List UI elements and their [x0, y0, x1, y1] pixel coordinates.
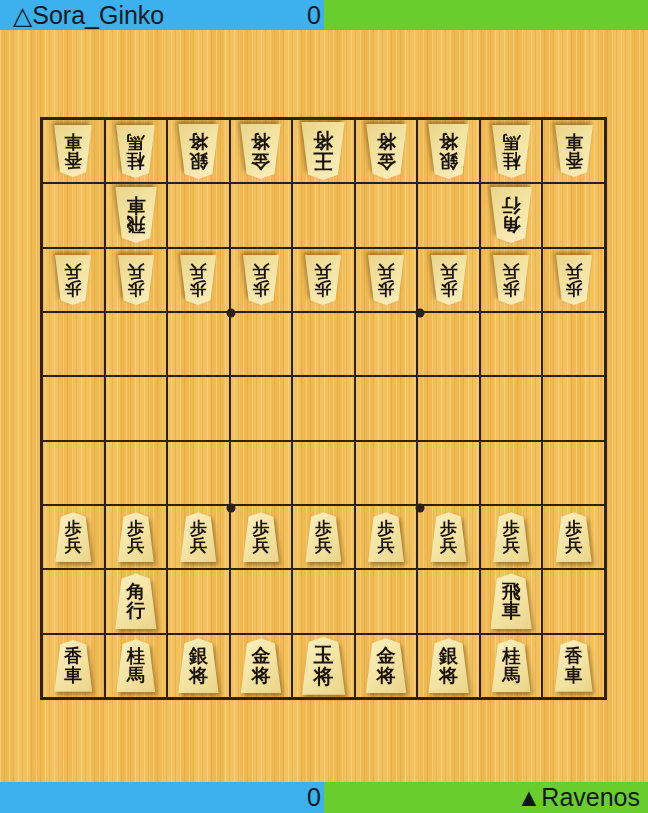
piece-lance-sente[interactable]: 香車 [52, 640, 94, 692]
board-cell-5c[interactable]: 歩兵 [292, 248, 355, 312]
piece-pawn-sente[interactable]: 歩兵 [303, 512, 343, 562]
board-cell-3h[interactable] [417, 569, 480, 633]
board-cell-1i[interactable]: 香車 [542, 634, 605, 698]
board-cell-7g[interactable]: 歩兵 [167, 505, 230, 569]
piece-king-sente[interactable]: 玉将 [299, 637, 347, 695]
board-cell-8b[interactable]: 飛車 [105, 183, 168, 247]
board-cell-1a[interactable]: 香車 [542, 119, 605, 183]
piece-pawn-gote[interactable]: 歩兵 [303, 255, 343, 305]
bottom-player-bar: 0 ▲Ravenos [0, 782, 648, 813]
board-cell-3c[interactable]: 歩兵 [417, 248, 480, 312]
board-cell-9b[interactable] [42, 183, 105, 247]
board-cell-1h[interactable] [542, 569, 605, 633]
board-cell-6c[interactable]: 歩兵 [230, 248, 293, 312]
board-cell-4e[interactable] [355, 376, 418, 440]
shogi-board[interactable]: 香車桂馬銀将金将王将金将銀将桂馬香車飛車角行歩兵歩兵歩兵歩兵歩兵歩兵歩兵歩兵歩兵… [40, 117, 607, 700]
sente-player-name: ▲Ravenos [517, 783, 648, 812]
piece-pawn-sente[interactable]: 歩兵 [429, 512, 469, 562]
piece-lance-gote[interactable]: 香車 [52, 125, 94, 177]
hoshi-star [416, 504, 425, 513]
board-cell-1f[interactable] [542, 441, 605, 505]
board-cell-7i[interactable]: 銀将 [167, 634, 230, 698]
board-cell-7d[interactable] [167, 312, 230, 376]
piece-pawn-gote[interactable]: 歩兵 [554, 255, 594, 305]
piece-silver-gote[interactable]: 銀将 [426, 124, 471, 179]
board-cell-7e[interactable] [167, 376, 230, 440]
piece-silver-gote[interactable]: 銀将 [176, 124, 221, 179]
board-cell-3a[interactable]: 銀将 [417, 119, 480, 183]
board-cell-1c[interactable]: 歩兵 [542, 248, 605, 312]
piece-rook-sente[interactable]: 飛車 [488, 573, 534, 629]
board-cell-9e[interactable] [42, 376, 105, 440]
piece-pawn-gote[interactable]: 歩兵 [116, 255, 156, 305]
hoshi-star [227, 504, 236, 513]
piece-pawn-sente[interactable]: 歩兵 [178, 512, 218, 562]
board-cell-3b[interactable] [417, 183, 480, 247]
board-cell-6g[interactable]: 歩兵 [230, 505, 293, 569]
board-cell-5f[interactable] [292, 441, 355, 505]
board-cell-4h[interactable] [355, 569, 418, 633]
board-cell-9d[interactable] [42, 312, 105, 376]
board-cell-2d[interactable] [480, 312, 543, 376]
board-cell-8e[interactable] [105, 376, 168, 440]
board-cell-4a[interactable]: 金将 [355, 119, 418, 183]
board-cell-5d[interactable] [292, 312, 355, 376]
board-cell-7c[interactable]: 歩兵 [167, 248, 230, 312]
piece-pawn-sente[interactable]: 歩兵 [491, 512, 531, 562]
piece-king-gote[interactable]: 王将 [299, 122, 347, 180]
piece-gold-gote[interactable]: 金将 [238, 124, 283, 179]
gote-player-area: △Sora_Ginko 0 [0, 0, 324, 30]
piece-rook-gote[interactable]: 飛車 [113, 187, 159, 243]
gote-count: 0 [307, 1, 324, 30]
board-cell-9g[interactable]: 歩兵 [42, 505, 105, 569]
piece-pawn-gote[interactable]: 歩兵 [429, 255, 469, 305]
board-cell-1e[interactable] [542, 376, 605, 440]
gote-player-name: △Sora_Ginko [0, 1, 164, 30]
board-cell-8a[interactable]: 桂馬 [105, 119, 168, 183]
board-cell-8i[interactable]: 桂馬 [105, 634, 168, 698]
board-cell-3e[interactable] [417, 376, 480, 440]
piece-knight-sente[interactable]: 桂馬 [490, 639, 533, 692]
piece-pawn-sente[interactable]: 歩兵 [241, 512, 281, 562]
top-bar-right-panel [324, 0, 648, 30]
piece-knight-gote[interactable]: 桂馬 [490, 125, 533, 178]
board-cell-5e[interactable] [292, 376, 355, 440]
board-cell-9i[interactable]: 香車 [42, 634, 105, 698]
board-cell-8g[interactable]: 歩兵 [105, 505, 168, 569]
piece-pawn-sente[interactable]: 歩兵 [53, 512, 93, 562]
board-cell-3f[interactable] [417, 441, 480, 505]
board-cell-4b[interactable] [355, 183, 418, 247]
board-cell-6a[interactable]: 金将 [230, 119, 293, 183]
piece-silver-sente[interactable]: 銀将 [426, 638, 471, 693]
board-cell-2a[interactable]: 桂馬 [480, 119, 543, 183]
board-cell-4i[interactable]: 金将 [355, 634, 418, 698]
board-cell-5g[interactable]: 歩兵 [292, 505, 355, 569]
piece-gold-gote[interactable]: 金将 [364, 124, 409, 179]
board-cell-6b[interactable] [230, 183, 293, 247]
board-cell-8h[interactable]: 角行 [105, 569, 168, 633]
board-cell-8c[interactable]: 歩兵 [105, 248, 168, 312]
board-cell-2c[interactable]: 歩兵 [480, 248, 543, 312]
board-cell-2f[interactable] [480, 441, 543, 505]
board-cell-5i[interactable]: 玉将 [292, 634, 355, 698]
board-cell-4f[interactable] [355, 441, 418, 505]
board-cell-6h[interactable] [230, 569, 293, 633]
board-cell-9a[interactable]: 香車 [42, 119, 105, 183]
board-cell-1b[interactable] [542, 183, 605, 247]
board-cell-9f[interactable] [42, 441, 105, 505]
board-cell-8f[interactable] [105, 441, 168, 505]
piece-lance-sente[interactable]: 香車 [553, 640, 595, 692]
piece-pawn-gote[interactable]: 歩兵 [53, 255, 93, 305]
hoshi-star [416, 309, 425, 318]
top-player-bar: △Sora_Ginko 0 [0, 0, 648, 30]
board-cell-7a[interactable]: 銀将 [167, 119, 230, 183]
board-cell-2i[interactable]: 桂馬 [480, 634, 543, 698]
piece-pawn-sente[interactable]: 歩兵 [116, 512, 156, 562]
piece-bishop-gote[interactable]: 角行 [488, 187, 534, 243]
piece-pawn-gote[interactable]: 歩兵 [241, 255, 281, 305]
piece-pawn-gote[interactable]: 歩兵 [178, 255, 218, 305]
piece-bishop-sente[interactable]: 角行 [113, 573, 159, 629]
board-cell-6f[interactable] [230, 441, 293, 505]
board-cell-5h[interactable] [292, 569, 355, 633]
board-cell-5a[interactable]: 王将 [292, 119, 355, 183]
board-cell-6d[interactable] [230, 312, 293, 376]
board-cell-2g[interactable]: 歩兵 [480, 505, 543, 569]
piece-gold-sente[interactable]: 金将 [238, 638, 283, 693]
board-cell-1g[interactable]: 歩兵 [542, 505, 605, 569]
board-cell-4d[interactable] [355, 312, 418, 376]
piece-pawn-gote[interactable]: 歩兵 [491, 255, 531, 305]
board-cell-9h[interactable] [42, 569, 105, 633]
board-cell-3d[interactable] [417, 312, 480, 376]
board-cell-2e[interactable] [480, 376, 543, 440]
piece-gold-sente[interactable]: 金将 [364, 638, 409, 693]
board-cell-2h[interactable]: 飛車 [480, 569, 543, 633]
shogi-app: △Sora_Ginko 0 香車桂馬銀将金将王将金将銀将桂馬香車飛車角行歩兵歩兵… [0, 0, 648, 813]
piece-pawn-sente[interactable]: 歩兵 [554, 512, 594, 562]
board-cell-1d[interactable] [542, 312, 605, 376]
board-cell-6e[interactable] [230, 376, 293, 440]
board-cell-3i[interactable]: 銀将 [417, 634, 480, 698]
board-cell-6i[interactable]: 金将 [230, 634, 293, 698]
board-cell-2b[interactable]: 角行 [480, 183, 543, 247]
board-cell-3g[interactable]: 歩兵 [417, 505, 480, 569]
piece-knight-sente[interactable]: 桂馬 [114, 639, 157, 692]
hoshi-star [227, 309, 236, 318]
board-cell-9c[interactable]: 歩兵 [42, 248, 105, 312]
piece-pawn-sente[interactable]: 歩兵 [366, 512, 406, 562]
board-cell-7f[interactable] [167, 441, 230, 505]
piece-silver-sente[interactable]: 銀将 [176, 638, 221, 693]
sente-player-area: ▲Ravenos [324, 782, 648, 813]
board-cell-7h[interactable] [167, 569, 230, 633]
board-cell-4g[interactable]: 歩兵 [355, 505, 418, 569]
piece-lance-gote[interactable]: 香車 [553, 125, 595, 177]
board-cell-4c[interactable]: 歩兵 [355, 248, 418, 312]
piece-knight-gote[interactable]: 桂馬 [114, 125, 157, 178]
board-cell-8d[interactable] [105, 312, 168, 376]
bottom-bar-left-panel: 0 [0, 782, 324, 813]
sente-count: 0 [307, 783, 324, 812]
board-cell-5b[interactable] [292, 183, 355, 247]
board-cell-7b[interactable] [167, 183, 230, 247]
piece-pawn-gote[interactable]: 歩兵 [366, 255, 406, 305]
